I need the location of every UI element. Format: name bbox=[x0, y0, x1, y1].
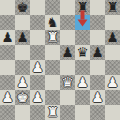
square-c2[interactable]: ♟ bbox=[30, 90, 45, 105]
black-pawn: ♟ bbox=[106, 30, 118, 45]
square-d6[interactable]: ♜ bbox=[45, 30, 60, 45]
square-a2[interactable]: ♟ bbox=[0, 90, 15, 105]
square-d7[interactable]: ♞ bbox=[45, 15, 60, 30]
square-a7[interactable] bbox=[0, 15, 15, 30]
square-g1[interactable] bbox=[90, 105, 105, 120]
square-d8[interactable] bbox=[45, 0, 60, 15]
square-g3[interactable] bbox=[90, 75, 105, 90]
square-d3[interactable] bbox=[45, 75, 60, 90]
square-a5[interactable] bbox=[0, 45, 15, 60]
square-c3[interactable] bbox=[30, 75, 45, 90]
black-rook: ♜ bbox=[106, 0, 118, 15]
square-e6[interactable] bbox=[60, 30, 75, 45]
square-f1[interactable] bbox=[75, 105, 90, 120]
black-pawn: ♟ bbox=[91, 45, 103, 60]
white-rook: ♜ bbox=[46, 105, 58, 120]
square-c4[interactable]: ♟ bbox=[30, 60, 45, 75]
square-f4[interactable] bbox=[75, 60, 90, 75]
square-f5[interactable]: ♛ bbox=[75, 45, 90, 60]
square-f7-highlighted[interactable] bbox=[75, 15, 90, 30]
square-b7[interactable] bbox=[15, 15, 30, 30]
square-d2[interactable] bbox=[45, 90, 60, 105]
square-g6[interactable] bbox=[90, 30, 105, 45]
square-b6[interactable]: ♟ bbox=[15, 30, 30, 45]
white-king: ♚ bbox=[16, 90, 28, 105]
square-e5[interactable]: ♟ bbox=[60, 45, 75, 60]
square-h1[interactable] bbox=[105, 105, 120, 120]
square-f3[interactable]: ♟ bbox=[75, 75, 90, 90]
square-f8[interactable]: ♜ bbox=[75, 0, 90, 15]
square-f6[interactable] bbox=[75, 30, 90, 45]
square-b4[interactable] bbox=[15, 60, 30, 75]
square-h2[interactable] bbox=[105, 90, 120, 105]
white-pawn: ♟ bbox=[31, 90, 43, 105]
white-pawn: ♟ bbox=[106, 75, 118, 90]
square-e8[interactable] bbox=[60, 0, 75, 15]
square-e4[interactable] bbox=[60, 60, 75, 75]
square-h5[interactable] bbox=[105, 45, 120, 60]
square-e2[interactable] bbox=[60, 90, 75, 105]
square-d5[interactable] bbox=[45, 45, 60, 60]
square-c1[interactable] bbox=[30, 105, 45, 120]
white-rook: ♜ bbox=[46, 30, 58, 45]
square-a3[interactable] bbox=[0, 75, 15, 90]
square-h3[interactable]: ♟ bbox=[105, 75, 120, 90]
white-pawn: ♟ bbox=[1, 90, 13, 105]
square-a4[interactable] bbox=[0, 60, 15, 75]
square-h7[interactable] bbox=[105, 15, 120, 30]
square-h8[interactable]: ♜ bbox=[105, 0, 120, 15]
square-b2[interactable]: ♚ bbox=[15, 90, 30, 105]
black-pawn: ♟ bbox=[1, 30, 13, 45]
white-pawn: ♟ bbox=[91, 90, 103, 105]
square-g7[interactable] bbox=[90, 15, 105, 30]
square-c6[interactable] bbox=[30, 30, 45, 45]
black-king: ♚ bbox=[16, 0, 28, 15]
square-b8[interactable]: ♚ bbox=[15, 0, 30, 15]
square-a8[interactable] bbox=[0, 0, 15, 15]
square-b5[interactable] bbox=[15, 45, 30, 60]
square-e3[interactable]: ♛ bbox=[60, 75, 75, 90]
black-pawn: ♟ bbox=[61, 45, 73, 60]
chess-board[interactable]: ♚♜♜♞♟♟♜♟♟♛♟♟♟♛♟♟♟♚♟♟♜ bbox=[0, 0, 120, 120]
square-h4[interactable] bbox=[105, 60, 120, 75]
square-c7[interactable] bbox=[30, 15, 45, 30]
square-f2[interactable] bbox=[75, 90, 90, 105]
square-d4[interactable] bbox=[45, 60, 60, 75]
square-g5[interactable]: ♟ bbox=[90, 45, 105, 60]
square-b1[interactable] bbox=[15, 105, 30, 120]
square-e1[interactable] bbox=[60, 105, 75, 120]
square-g8[interactable] bbox=[90, 0, 105, 15]
white-queen: ♛ bbox=[61, 75, 73, 90]
square-e7[interactable] bbox=[60, 15, 75, 30]
square-g4[interactable] bbox=[90, 60, 105, 75]
square-c5[interactable] bbox=[30, 45, 45, 60]
white-pawn: ♟ bbox=[16, 75, 28, 90]
square-b3[interactable]: ♟ bbox=[15, 75, 30, 90]
square-h6[interactable]: ♟ bbox=[105, 30, 120, 45]
black-knight: ♞ bbox=[46, 15, 58, 30]
black-queen: ♛ bbox=[76, 45, 88, 60]
black-rook: ♜ bbox=[76, 0, 88, 15]
square-g2[interactable]: ♟ bbox=[90, 90, 105, 105]
white-pawn: ♟ bbox=[76, 75, 88, 90]
white-pawn: ♟ bbox=[31, 60, 43, 75]
square-c8[interactable] bbox=[30, 0, 45, 15]
square-a6[interactable]: ♟ bbox=[0, 30, 15, 45]
square-d1[interactable]: ♜ bbox=[45, 105, 60, 120]
black-pawn: ♟ bbox=[16, 30, 28, 45]
square-a1[interactable] bbox=[0, 105, 15, 120]
